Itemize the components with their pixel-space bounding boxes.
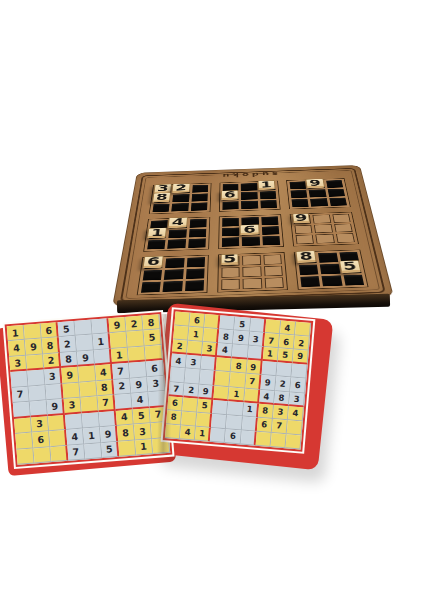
puzzle-cell <box>49 430 67 447</box>
puzzle-cell: 3 <box>9 356 27 373</box>
puzzle-cell <box>196 412 212 427</box>
board-cell <box>172 203 189 211</box>
puzzle-cell: 7 <box>272 419 288 434</box>
puzzle-cell: 8 <box>96 380 114 397</box>
board-cell <box>189 228 207 237</box>
number-tile: 6 <box>143 256 164 268</box>
puzzle-cell: 9 <box>77 350 95 367</box>
puzzle-grid-left: 1659284982153289139476782939374345764198… <box>5 312 173 467</box>
booklet-page-left: 1659284982153289139476782939374345764198… <box>2 310 174 469</box>
puzzle-cell <box>94 349 112 366</box>
puzzle-cell: 9 <box>130 377 148 394</box>
puzzle-cell <box>128 346 146 363</box>
board-cell <box>314 224 333 233</box>
board-cell <box>309 189 326 197</box>
board-cell <box>294 225 312 234</box>
number-tile: 8 <box>296 251 317 263</box>
puzzle-cell: 4 <box>116 409 134 426</box>
puzzle-cell: 4 <box>8 340 26 357</box>
board-cell <box>186 257 205 267</box>
puzzle-cell <box>244 388 260 403</box>
puzzle-cell <box>46 384 64 401</box>
puzzle-cell <box>295 322 311 337</box>
board-cell <box>326 180 343 188</box>
puzzle-cell <box>210 428 226 443</box>
board-box: 6 <box>137 255 209 295</box>
puzzle-cell: 3 <box>248 332 264 347</box>
puzzle-cell: 4 <box>259 389 275 404</box>
board-cell <box>242 255 260 265</box>
puzzle-cell: 8 <box>60 352 78 369</box>
puzzle-cell: 7 <box>245 374 261 389</box>
puzzle-cell <box>15 433 33 450</box>
puzzle-cell: 2 <box>294 336 310 351</box>
puzzle-cell <box>92 318 110 335</box>
puzzle-cell: 3 <box>44 368 62 385</box>
board-cell: 5 <box>341 263 361 273</box>
puzzle-cell: 7 <box>98 395 116 412</box>
board-cell <box>260 200 277 208</box>
puzzle-cell <box>228 401 244 416</box>
board-cell <box>185 280 204 291</box>
puzzle-cell <box>10 371 28 388</box>
puzzle-cell: 2 <box>43 353 61 370</box>
board-cell <box>292 199 309 207</box>
puzzle-cell <box>204 314 220 329</box>
puzzle-cell <box>29 385 47 402</box>
puzzle-cell: 5 <box>133 408 151 425</box>
puzzle-cell: 9 <box>292 350 308 365</box>
board-cell <box>336 233 355 242</box>
number-tile: 6 <box>221 190 239 200</box>
board-cell <box>262 226 280 235</box>
puzzle-cell <box>185 369 201 384</box>
puzzle-cell: 4 <box>66 429 84 446</box>
board-cell <box>260 191 277 199</box>
board-cell <box>316 234 335 243</box>
puzzle-cell: 4 <box>95 364 113 381</box>
puzzle-cell <box>129 362 147 379</box>
board-cell: 6 <box>242 227 259 236</box>
board-cell: 6 <box>144 259 163 269</box>
puzzle-cell: 2 <box>59 336 77 353</box>
puzzle-cell <box>215 372 231 387</box>
board-cell <box>320 264 340 274</box>
puzzle-cell <box>118 440 136 457</box>
puzzle-cell <box>255 432 271 447</box>
puzzle-cell <box>181 411 197 426</box>
puzzle-cell: 5 <box>197 398 213 413</box>
puzzle-cell <box>84 443 102 460</box>
sudoku-board-wrap: sudoku 32816941696585 <box>112 165 394 307</box>
board-cell <box>222 237 240 247</box>
puzzle-cell: 4 <box>131 393 149 410</box>
board-cell <box>222 218 239 227</box>
puzzle-cell: 9 <box>199 384 215 399</box>
board-cell <box>310 198 328 206</box>
puzzle-cell <box>115 394 133 411</box>
board-cell <box>334 223 353 232</box>
puzzle-cell <box>30 401 48 418</box>
puzzle-cell <box>174 312 190 327</box>
number-tile: 5 <box>221 254 239 265</box>
puzzle-cell <box>16 448 34 465</box>
board-cell <box>300 276 320 287</box>
puzzle-cell: 1 <box>7 325 25 342</box>
puzzle-cell <box>65 413 83 430</box>
board-cell <box>153 204 170 212</box>
puzzle-cell <box>216 358 232 373</box>
board-cell <box>290 190 307 198</box>
puzzle-cell: 8 <box>42 338 60 355</box>
board-cell <box>169 229 187 238</box>
board-cell <box>241 192 257 200</box>
number-tile: 1 <box>257 180 275 190</box>
puzzle-cell <box>247 346 263 361</box>
puzzle-cell: 2 <box>184 383 200 398</box>
puzzle-cell <box>75 320 93 337</box>
puzzle-cell <box>187 341 203 356</box>
board-cell <box>186 269 205 280</box>
board-cell <box>188 239 206 249</box>
puzzle-cell: 1 <box>188 327 204 342</box>
puzzle-cell: 1 <box>229 387 245 402</box>
board-cell: 1 <box>259 182 275 190</box>
puzzle-cell <box>14 417 32 434</box>
puzzle-cell <box>48 415 66 432</box>
board-cell: 9 <box>293 215 311 224</box>
puzzle-cell: 9 <box>100 426 118 443</box>
puzzle-cell <box>78 366 96 383</box>
board-cell <box>222 227 239 236</box>
board-cell <box>141 282 161 293</box>
puzzle-cell <box>201 356 217 371</box>
puzzle-cell: 3 <box>186 355 202 370</box>
board-grid: 32816941696585 <box>137 178 369 295</box>
puzzle-cell <box>110 332 128 349</box>
board-cell <box>191 202 208 210</box>
puzzle-cell: 3 <box>31 416 49 433</box>
puzzle-cell <box>203 328 219 343</box>
board-box: 328 <box>149 183 212 214</box>
board-cell <box>264 277 283 288</box>
puzzle-cell <box>24 324 42 341</box>
board-box: 16 <box>219 181 281 212</box>
board-cell <box>262 236 280 245</box>
product-photo: sudoku 32816941696585 165928498215328913… <box>0 0 424 600</box>
board-cell: 4 <box>170 219 188 228</box>
puzzle-cell: 1 <box>135 439 153 456</box>
puzzle-cell <box>99 411 117 428</box>
board-cell <box>290 181 307 189</box>
puzzle-cell: 2 <box>172 340 188 355</box>
number-tile: 5 <box>339 260 362 273</box>
puzzle-cell: 6 <box>32 431 50 448</box>
puzzle-cell: 8 <box>117 425 135 442</box>
puzzle-cell: 5 <box>101 441 119 458</box>
puzzle-cell <box>62 382 80 399</box>
puzzle-cell <box>211 414 227 429</box>
puzzle-cell <box>182 397 198 412</box>
puzzle-cell: 8 <box>218 329 234 344</box>
board-box: 9 <box>286 178 351 209</box>
book-spine <box>157 314 173 454</box>
puzzle-cell <box>220 315 236 330</box>
puzzle-cell <box>79 381 97 398</box>
board-cell <box>165 258 184 268</box>
puzzle-cell: 3 <box>202 342 218 357</box>
puzzle-cell: 4 <box>217 343 233 358</box>
board-cell <box>329 197 347 205</box>
puzzle-cell <box>270 433 286 448</box>
board-cell <box>243 278 262 289</box>
puzzle-cell: 4 <box>180 425 196 440</box>
board-cell <box>222 201 238 209</box>
puzzle-cell <box>33 447 51 464</box>
puzzle-cell: 8 <box>231 359 247 374</box>
puzzle-cell <box>261 361 277 376</box>
puzzle-cell: 5 <box>277 349 293 364</box>
board-cell <box>191 193 208 201</box>
puzzle-cell: 5 <box>235 317 251 332</box>
board-cell <box>147 240 166 250</box>
board-cell: 6 <box>223 192 239 200</box>
puzzle-cell: 9 <box>260 375 276 390</box>
puzzle-cell <box>81 397 99 414</box>
puzzle-cell: 7 <box>264 333 280 348</box>
puzzle-cell: 3 <box>289 392 305 407</box>
board-cell <box>221 267 240 278</box>
board-cell <box>343 275 364 286</box>
puzzle-cell <box>76 335 94 352</box>
board-box: 9 <box>290 212 359 247</box>
puzzle-cell: 9 <box>246 360 262 375</box>
puzzle-cell <box>265 319 281 334</box>
puzzle-cell <box>250 318 266 333</box>
puzzle-cell: 8 <box>258 403 274 418</box>
puzzle-cell <box>291 364 307 379</box>
puzzle-cell <box>285 434 301 449</box>
puzzle-cell <box>13 402 31 419</box>
puzzle-cell: 9 <box>61 367 79 384</box>
puzzle-cell: 1 <box>83 427 101 444</box>
board-cell <box>322 275 342 286</box>
puzzle-cell: 7 <box>112 363 130 380</box>
puzzle-cell <box>27 370 45 387</box>
board-cell <box>296 235 315 244</box>
board-box: 6 <box>218 214 284 249</box>
puzzle-cell: 3 <box>273 405 289 420</box>
puzzle-cell: 4 <box>280 320 296 335</box>
board-cell <box>263 255 282 265</box>
puzzle-cell: 4 <box>171 354 187 369</box>
board-cell <box>264 266 283 276</box>
board-cell <box>192 185 208 193</box>
puzzle-cell <box>50 445 68 462</box>
puzzle-cell: 9 <box>25 339 43 356</box>
puzzle-cell: 9 <box>47 399 65 416</box>
number-tile: 9 <box>306 179 325 189</box>
number-tile: 2 <box>172 183 190 193</box>
puzzle-cell: 7 <box>12 386 30 403</box>
puzzle-cell: 1 <box>195 427 211 442</box>
puzzle-cell <box>82 412 100 429</box>
puzzle-cell: 1 <box>111 348 129 365</box>
number-tile: 6 <box>240 224 259 235</box>
puzzle-cell: 6 <box>290 378 306 393</box>
puzzle-cell: 9 <box>108 317 126 334</box>
number-tile: 4 <box>168 217 188 228</box>
board-box: 85 <box>294 250 369 290</box>
puzzle-cell <box>212 400 228 415</box>
puzzle-cell: 2 <box>275 377 291 392</box>
puzzle-cell: 3 <box>134 423 152 440</box>
board-cell <box>241 183 257 191</box>
puzzle-grid-right: 6541893762234159438979267291483651834867… <box>163 309 313 451</box>
board-cell <box>164 269 183 280</box>
puzzle-cell: 8 <box>274 391 290 406</box>
puzzle-cell <box>240 430 256 445</box>
board-cell: 8 <box>154 195 171 203</box>
board-box: 41 <box>143 217 210 252</box>
puzzle-cell: 6 <box>279 334 295 349</box>
board-cell <box>189 219 206 228</box>
board-cell <box>173 194 190 202</box>
sudoku-board: sudoku 32816941696585 <box>112 165 394 307</box>
board-cell <box>318 253 338 263</box>
board-cell <box>242 237 260 246</box>
board-cell: 9 <box>308 181 325 189</box>
puzzle-cell <box>232 345 248 360</box>
board-cell <box>327 189 345 197</box>
puzzle-cell: 6 <box>256 418 272 433</box>
puzzle-cell <box>287 420 303 435</box>
board-cell <box>261 216 278 225</box>
puzzle-cell <box>200 370 216 385</box>
puzzle-cell <box>214 386 230 401</box>
puzzle-cell: 8 <box>142 314 160 331</box>
board-box: 5 <box>217 252 288 292</box>
board-cell <box>143 270 163 281</box>
puzzle-cell: 3 <box>64 398 82 415</box>
puzzle-cell: 1 <box>262 347 278 362</box>
puzzle-cell: 9 <box>233 331 249 346</box>
puzzle-cell: 5 <box>58 321 76 338</box>
board-cell <box>313 214 331 223</box>
puzzle-cell <box>127 331 145 348</box>
puzzle-cell: 2 <box>125 316 143 333</box>
booklet-page-right: 6541893762234159438979267291483651834867… <box>161 307 316 454</box>
board-cell: 2 <box>174 185 191 193</box>
puzzle-cell: 6 <box>225 429 241 444</box>
puzzle-cell: 7 <box>67 444 85 461</box>
puzzle-cell <box>241 416 257 431</box>
puzzle-cell <box>276 363 292 378</box>
puzzle-cell <box>226 415 242 430</box>
board-cell: 5 <box>222 256 240 266</box>
puzzle-cell: 1 <box>93 334 111 351</box>
puzzle-cell: 1 <box>243 402 259 417</box>
board-cell <box>243 267 262 277</box>
board-cell <box>221 279 240 290</box>
board-cell <box>332 214 351 223</box>
puzzle-cell: 2 <box>113 378 131 395</box>
puzzle-cell: 6 <box>41 322 59 339</box>
puzzle-cell: 6 <box>189 313 205 328</box>
board-cell: 1 <box>149 230 167 239</box>
puzzle-cell <box>26 354 44 371</box>
number-tile: 8 <box>152 192 171 202</box>
puzzle-cell <box>230 373 246 388</box>
number-tile: 1 <box>147 227 167 238</box>
board-cell <box>299 265 319 275</box>
board-cell <box>167 239 185 249</box>
puzzle-cell: 4 <box>288 406 304 421</box>
puzzle-cell <box>173 326 189 341</box>
board-cell <box>163 281 183 292</box>
number-tile: 9 <box>292 213 310 223</box>
board-cell <box>241 201 258 209</box>
board-cell: 8 <box>298 253 317 263</box>
